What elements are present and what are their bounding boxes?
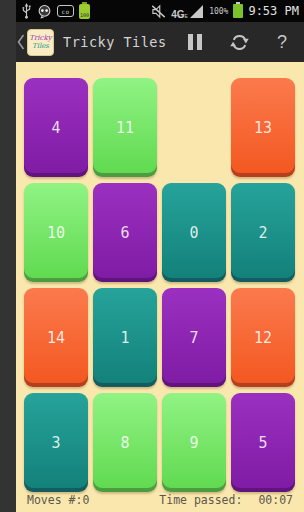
usb-icon	[21, 3, 32, 19]
moves-counter: Moves #:0	[27, 493, 89, 507]
tile-1[interactable]: 1	[93, 288, 157, 387]
network-sub-label: LTE	[178, 13, 188, 19]
mute-icon	[151, 4, 166, 19]
footer-status: Moves #:0 Time passed: 00:07	[16, 493, 304, 507]
board: 41113106021417123895	[24, 78, 295, 492]
tile-9[interactable]: 9	[162, 393, 226, 492]
tile-12[interactable]: 12	[231, 288, 295, 387]
battery-icon	[233, 4, 243, 18]
signal-icon	[190, 5, 204, 18]
battery-app-icon: 100	[79, 4, 90, 19]
cc-icon-text: co	[57, 5, 74, 17]
tile-2[interactable]: 2	[231, 183, 295, 282]
refresh-icon	[229, 32, 250, 53]
tile-6[interactable]: 6	[93, 183, 157, 282]
tile-4[interactable]: 4	[24, 78, 88, 177]
tile-3[interactable]: 3	[24, 393, 88, 492]
status-bar: co 100 4G LTE 100% 9:53 PM	[16, 0, 304, 22]
tile-7[interactable]: 7	[162, 288, 226, 387]
app-icon-text-2: Tiles	[32, 42, 49, 50]
restart-button[interactable]	[229, 32, 250, 53]
tile-10[interactable]: 10	[24, 183, 88, 282]
battery-percent: 100%	[209, 7, 228, 16]
page-title: Tricky Tiles	[63, 34, 167, 50]
back-button[interactable]	[17, 33, 25, 51]
tricky-tiles-app: co 100 4G LTE 100% 9:53 PM	[16, 0, 304, 512]
tile-13[interactable]: 13	[231, 78, 295, 177]
pause-icon	[188, 34, 193, 50]
4g-lte-icon: 4G LTE	[171, 4, 185, 18]
status-clock: 9:53 PM	[248, 4, 299, 18]
app-icon[interactable]: Tricky Tiles	[27, 29, 54, 56]
tile-8[interactable]: 8	[93, 393, 157, 492]
app-icon-text-1: Tricky	[29, 34, 51, 42]
tile-5[interactable]: 5	[231, 393, 295, 492]
tile-14[interactable]: 14	[24, 288, 88, 387]
action-bar-buttons: ?	[188, 32, 287, 53]
help-button[interactable]: ?	[277, 32, 287, 53]
action-bar: Tricky Tiles Tricky Tiles ?	[16, 22, 304, 62]
pause-button[interactable]	[188, 34, 202, 50]
time-passed-value: 00:07	[258, 493, 293, 507]
pause-icon	[197, 34, 202, 50]
battery-app-level: 100	[80, 12, 89, 19]
tile-11[interactable]: 11	[93, 78, 157, 177]
tile-0[interactable]: 0	[162, 183, 226, 282]
empty-cell	[162, 78, 226, 177]
time-passed-label: Time passed:	[159, 493, 242, 507]
face-bubble-icon	[37, 4, 52, 19]
cc-icon: co	[57, 5, 74, 17]
